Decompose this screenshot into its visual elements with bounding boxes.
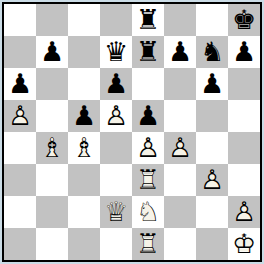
white-rook-e3[interactable]: ♜♖ bbox=[132, 164, 164, 196]
black-pawn-b7[interactable]: ♟ bbox=[36, 36, 68, 68]
square-f5[interactable] bbox=[164, 100, 196, 132]
white-pawn-f4[interactable]: ♟♙ bbox=[164, 132, 196, 164]
square-a3[interactable] bbox=[4, 164, 36, 196]
black-piece-glyph: ♟ bbox=[196, 68, 228, 100]
square-a2[interactable] bbox=[4, 196, 36, 228]
black-rook-e7[interactable]: ♜ bbox=[132, 36, 164, 68]
square-a7[interactable] bbox=[4, 36, 36, 68]
square-b2[interactable] bbox=[36, 196, 68, 228]
square-d6[interactable]: ♟ bbox=[100, 68, 132, 100]
square-e4[interactable]: ♟♙ bbox=[132, 132, 164, 164]
square-b4[interactable]: ♝♗ bbox=[36, 132, 68, 164]
black-piece-glyph: ♟ bbox=[100, 68, 132, 100]
square-g1[interactable] bbox=[196, 228, 228, 260]
square-a1[interactable] bbox=[4, 228, 36, 260]
black-piece-glyph: ♛ bbox=[100, 36, 132, 68]
white-pawn-g3[interactable]: ♟♙ bbox=[196, 164, 228, 196]
black-rook-e8[interactable]: ♜ bbox=[132, 4, 164, 36]
square-f7[interactable]: ♟ bbox=[164, 36, 196, 68]
white-piece-outline: ♙ bbox=[100, 100, 132, 132]
square-e5[interactable]: ♟ bbox=[132, 100, 164, 132]
chess-board: ♜♚♟♛♜♟♞♟♟♟♟♟♙♟♟♙♟♝♗♝♗♟♙♟♙♜♖♟♙♛♕♞♘♟♙♜♖♚♔ bbox=[4, 4, 260, 260]
square-c6[interactable] bbox=[68, 68, 100, 100]
square-g6[interactable]: ♟ bbox=[196, 68, 228, 100]
square-d8[interactable] bbox=[100, 4, 132, 36]
white-piece-outline: ♙ bbox=[132, 132, 164, 164]
square-d3[interactable] bbox=[100, 164, 132, 196]
square-f6[interactable] bbox=[164, 68, 196, 100]
black-piece-glyph: ♟ bbox=[132, 100, 164, 132]
black-piece-glyph: ♟ bbox=[4, 68, 36, 100]
black-piece-glyph: ♟ bbox=[228, 36, 260, 68]
black-pawn-e5[interactable]: ♟ bbox=[132, 100, 164, 132]
chess-diagram: ♜♚♟♛♜♟♞♟♟♟♟♟♙♟♟♙♟♝♗♝♗♟♙♟♙♜♖♟♙♛♕♞♘♟♙♜♖♚♔ bbox=[0, 0, 264, 264]
square-c2[interactable] bbox=[68, 196, 100, 228]
square-d4[interactable] bbox=[100, 132, 132, 164]
white-king-h1[interactable]: ♚♔ bbox=[228, 228, 260, 260]
square-a8[interactable] bbox=[4, 4, 36, 36]
black-pawn-a6[interactable]: ♟ bbox=[4, 68, 36, 100]
white-piece-outline: ♙ bbox=[4, 100, 36, 132]
square-h8[interactable]: ♚ bbox=[228, 4, 260, 36]
square-c1[interactable] bbox=[68, 228, 100, 260]
square-d7[interactable]: ♛ bbox=[100, 36, 132, 68]
white-piece-outline: ♖ bbox=[132, 228, 164, 260]
black-pawn-d6[interactable]: ♟ bbox=[100, 68, 132, 100]
white-piece-outline: ♙ bbox=[228, 196, 260, 228]
black-piece-glyph: ♜ bbox=[132, 36, 164, 68]
square-d1[interactable] bbox=[100, 228, 132, 260]
square-f3[interactable] bbox=[164, 164, 196, 196]
white-piece-outline: ♘ bbox=[132, 196, 164, 228]
square-a5[interactable]: ♟♙ bbox=[4, 100, 36, 132]
square-h3[interactable] bbox=[228, 164, 260, 196]
white-pawn-e4[interactable]: ♟♙ bbox=[132, 132, 164, 164]
square-e6[interactable] bbox=[132, 68, 164, 100]
square-b1[interactable] bbox=[36, 228, 68, 260]
square-c3[interactable] bbox=[68, 164, 100, 196]
board-frame: ♜♚♟♛♜♟♞♟♟♟♟♟♙♟♟♙♟♝♗♝♗♟♙♟♙♜♖♟♙♛♕♞♘♟♙♜♖♚♔ bbox=[2, 2, 262, 262]
black-knight-g7[interactable]: ♞ bbox=[196, 36, 228, 68]
square-b6[interactable] bbox=[36, 68, 68, 100]
black-piece-glyph: ♜ bbox=[132, 4, 164, 36]
white-knight-e2[interactable]: ♞♘ bbox=[132, 196, 164, 228]
square-h1[interactable]: ♚♔ bbox=[228, 228, 260, 260]
square-d5[interactable]: ♟♙ bbox=[100, 100, 132, 132]
white-piece-outline: ♖ bbox=[132, 164, 164, 196]
square-b7[interactable]: ♟ bbox=[36, 36, 68, 68]
white-piece-outline: ♙ bbox=[196, 164, 228, 196]
square-h2[interactable]: ♟♙ bbox=[228, 196, 260, 228]
square-c4[interactable]: ♝♗ bbox=[68, 132, 100, 164]
black-piece-glyph: ♟ bbox=[164, 36, 196, 68]
square-e8[interactable]: ♜ bbox=[132, 4, 164, 36]
square-g8[interactable] bbox=[196, 4, 228, 36]
square-h4[interactable] bbox=[228, 132, 260, 164]
black-pawn-g6[interactable]: ♟ bbox=[196, 68, 228, 100]
black-queen-d7[interactable]: ♛ bbox=[100, 36, 132, 68]
white-pawn-d5[interactable]: ♟♙ bbox=[100, 100, 132, 132]
black-piece-glyph: ♚ bbox=[228, 4, 260, 36]
square-f8[interactable] bbox=[164, 4, 196, 36]
black-pawn-c5[interactable]: ♟ bbox=[68, 100, 100, 132]
square-b3[interactable] bbox=[36, 164, 68, 196]
square-g4[interactable] bbox=[196, 132, 228, 164]
square-h5[interactable] bbox=[228, 100, 260, 132]
square-f4[interactable]: ♟♙ bbox=[164, 132, 196, 164]
square-c8[interactable] bbox=[68, 4, 100, 36]
square-h6[interactable] bbox=[228, 68, 260, 100]
square-g2[interactable] bbox=[196, 196, 228, 228]
square-f1[interactable] bbox=[164, 228, 196, 260]
white-piece-outline: ♕ bbox=[100, 196, 132, 228]
white-pawn-h2[interactable]: ♟♙ bbox=[228, 196, 260, 228]
square-a4[interactable] bbox=[4, 132, 36, 164]
square-g3[interactable]: ♟♙ bbox=[196, 164, 228, 196]
white-rook-e1[interactable]: ♜♖ bbox=[132, 228, 164, 260]
black-piece-glyph: ♞ bbox=[196, 36, 228, 68]
white-pawn-a5[interactable]: ♟♙ bbox=[4, 100, 36, 132]
white-bishop-c4[interactable]: ♝♗ bbox=[68, 132, 100, 164]
square-b5[interactable] bbox=[36, 100, 68, 132]
square-c7[interactable] bbox=[68, 36, 100, 68]
square-d2[interactable]: ♛♕ bbox=[100, 196, 132, 228]
black-king-h8[interactable]: ♚ bbox=[228, 4, 260, 36]
square-a6[interactable]: ♟ bbox=[4, 68, 36, 100]
black-piece-glyph: ♟ bbox=[68, 100, 100, 132]
square-b8[interactable] bbox=[36, 4, 68, 36]
square-g5[interactable] bbox=[196, 100, 228, 132]
square-e2[interactable]: ♞♘ bbox=[132, 196, 164, 228]
square-h7[interactable]: ♟ bbox=[228, 36, 260, 68]
square-e7[interactable]: ♜ bbox=[132, 36, 164, 68]
white-piece-outline: ♗ bbox=[36, 132, 68, 164]
white-piece-outline: ♙ bbox=[164, 132, 196, 164]
square-g7[interactable]: ♞ bbox=[196, 36, 228, 68]
black-pawn-f7[interactable]: ♟ bbox=[164, 36, 196, 68]
white-bishop-b4[interactable]: ♝♗ bbox=[36, 132, 68, 164]
square-e3[interactable]: ♜♖ bbox=[132, 164, 164, 196]
square-c5[interactable]: ♟ bbox=[68, 100, 100, 132]
square-e1[interactable]: ♜♖ bbox=[132, 228, 164, 260]
white-piece-outline: ♗ bbox=[68, 132, 100, 164]
white-queen-d2[interactable]: ♛♕ bbox=[100, 196, 132, 228]
black-piece-glyph: ♟ bbox=[36, 36, 68, 68]
square-f2[interactable] bbox=[164, 196, 196, 228]
black-pawn-h7[interactable]: ♟ bbox=[228, 36, 260, 68]
white-piece-outline: ♔ bbox=[228, 228, 260, 260]
